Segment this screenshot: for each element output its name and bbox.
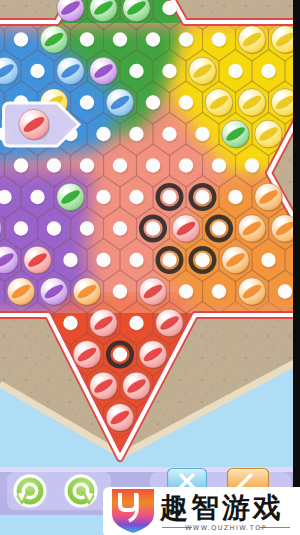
watermark-title: 趣智游戏	[159, 491, 284, 524]
board-hole[interactable]	[146, 32, 160, 46]
marble-red[interactable]	[156, 309, 184, 337]
marble-orange[interactable]	[7, 278, 35, 306]
board-hole[interactable]	[212, 284, 226, 298]
board-hole[interactable]	[80, 32, 94, 46]
board-hole[interactable]	[212, 221, 226, 235]
board-hole[interactable]	[80, 158, 94, 172]
board-hole[interactable]	[113, 221, 127, 235]
game-screen: 趣智游戏 WWW.QUZHIW.TOP	[0, 0, 300, 535]
redo-button[interactable]	[64, 474, 98, 508]
board-hole[interactable]	[146, 95, 160, 109]
marble-orange[interactable]	[255, 183, 283, 211]
board-hole[interactable]	[30, 190, 44, 204]
board-hole[interactable]	[129, 127, 143, 141]
board-hole[interactable]	[162, 1, 176, 15]
board-hole[interactable]	[96, 127, 110, 141]
marble-green[interactable]	[57, 183, 85, 211]
marble-red[interactable]	[172, 215, 200, 243]
watermark-url: WWW.QUZHIW.TOP	[185, 524, 267, 532]
board-hole[interactable]	[179, 32, 193, 46]
board-hole[interactable]	[162, 127, 176, 141]
screen-edge-strip	[293, 0, 300, 489]
board-hole[interactable]	[212, 32, 226, 46]
board-hole[interactable]	[162, 64, 176, 78]
board-hole[interactable]	[261, 64, 275, 78]
marble-purple[interactable]	[40, 278, 68, 306]
board-hole[interactable]	[96, 253, 110, 267]
board-hole[interactable]	[129, 190, 143, 204]
marble-yellow[interactable]	[189, 57, 217, 85]
board-hole[interactable]	[162, 190, 176, 204]
marble-orange[interactable]	[238, 215, 266, 243]
board-hole[interactable]	[129, 253, 143, 267]
board-hole[interactable]	[129, 64, 143, 78]
marble-red[interactable]	[106, 404, 134, 432]
board-hole[interactable]	[113, 158, 127, 172]
board-hole[interactable]	[228, 64, 242, 78]
marble-green[interactable]	[40, 26, 68, 54]
board-hole[interactable]	[195, 127, 209, 141]
marble-red[interactable]	[73, 341, 101, 369]
board-hole[interactable]	[14, 158, 28, 172]
board-hole[interactable]	[30, 64, 44, 78]
marble-red[interactable]	[123, 372, 151, 400]
board-hole[interactable]	[113, 32, 127, 46]
board-hole[interactable]	[113, 284, 127, 298]
marble-orange[interactable]	[222, 246, 250, 274]
board-hole[interactable]	[129, 316, 143, 330]
marble-blue[interactable]	[57, 57, 85, 85]
marble-orange[interactable]	[238, 278, 266, 306]
marble-blue[interactable]	[106, 89, 134, 117]
marble-red[interactable]	[19, 109, 50, 140]
board-hole[interactable]	[14, 221, 28, 235]
board-hole[interactable]	[179, 95, 193, 109]
board-hole[interactable]	[96, 190, 110, 204]
board-hole[interactable]	[195, 190, 209, 204]
marble-yellow[interactable]	[238, 26, 266, 54]
board-hole[interactable]	[146, 221, 160, 235]
marble-red[interactable]	[139, 341, 167, 369]
board-hole[interactable]	[113, 347, 127, 361]
board-hole[interactable]	[179, 284, 193, 298]
marble-yellow[interactable]	[255, 120, 283, 148]
marble-red[interactable]	[24, 246, 52, 274]
board-hole[interactable]	[278, 284, 292, 298]
board-hole[interactable]	[162, 253, 176, 267]
board-hole[interactable]	[80, 95, 94, 109]
marble-yellow[interactable]	[238, 89, 266, 117]
board-svg: 趣智游戏 WWW.QUZHIW.TOP	[0, 0, 300, 535]
board-hole[interactable]	[63, 253, 77, 267]
board-hole[interactable]	[47, 221, 61, 235]
board-hole[interactable]	[195, 253, 209, 267]
marble-yellow[interactable]	[205, 89, 233, 117]
undo-button[interactable]	[13, 474, 47, 508]
marble-red[interactable]	[90, 309, 118, 337]
board-hole[interactable]	[179, 158, 193, 172]
marble-purple[interactable]	[90, 57, 118, 85]
board-hole[interactable]	[228, 190, 242, 204]
watermark-badge: 趣智游戏 WWW.QUZHIW.TOP	[103, 487, 300, 535]
board-hole[interactable]	[212, 158, 226, 172]
board-hole[interactable]	[63, 316, 77, 330]
marble-red[interactable]	[90, 372, 118, 400]
board-hole[interactable]	[14, 32, 28, 46]
board-hole[interactable]	[80, 221, 94, 235]
marble-orange[interactable]	[73, 278, 101, 306]
board-hole[interactable]	[146, 158, 160, 172]
board-hole[interactable]	[47, 158, 61, 172]
marble-red[interactable]	[139, 278, 167, 306]
board-hole[interactable]	[261, 253, 275, 267]
board-hole[interactable]	[245, 158, 259, 172]
marble-green[interactable]	[222, 120, 250, 148]
